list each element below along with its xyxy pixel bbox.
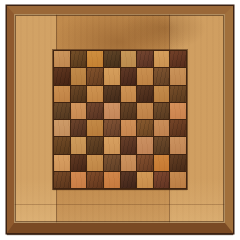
square-e6[interactable] bbox=[121, 86, 137, 102]
square-f7[interactable] bbox=[137, 68, 153, 84]
square-d3[interactable] bbox=[104, 137, 120, 153]
square-g8[interactable] bbox=[154, 51, 170, 67]
square-g3[interactable] bbox=[154, 137, 170, 153]
square-b2[interactable] bbox=[71, 155, 87, 171]
square-f1[interactable] bbox=[137, 172, 153, 188]
square-c3[interactable] bbox=[87, 137, 103, 153]
square-a6[interactable] bbox=[54, 86, 70, 102]
square-c5[interactable] bbox=[87, 103, 103, 119]
square-e1[interactable] bbox=[121, 172, 137, 188]
square-f4[interactable] bbox=[137, 120, 153, 136]
square-c8[interactable] bbox=[87, 51, 103, 67]
square-g7[interactable] bbox=[154, 68, 170, 84]
square-h7[interactable] bbox=[170, 68, 186, 84]
square-d5[interactable] bbox=[104, 103, 120, 119]
square-h3[interactable] bbox=[170, 137, 186, 153]
square-g4[interactable] bbox=[154, 120, 170, 136]
square-d1[interactable] bbox=[104, 172, 120, 188]
square-h8[interactable] bbox=[170, 51, 186, 67]
square-c1[interactable] bbox=[87, 172, 103, 188]
square-d4[interactable] bbox=[104, 120, 120, 136]
square-b8[interactable] bbox=[71, 51, 87, 67]
square-f5[interactable] bbox=[137, 103, 153, 119]
square-f8[interactable] bbox=[137, 51, 153, 67]
square-f2[interactable] bbox=[137, 155, 153, 171]
square-g6[interactable] bbox=[154, 86, 170, 102]
square-b3[interactable] bbox=[71, 137, 87, 153]
square-a7[interactable] bbox=[54, 68, 70, 84]
square-g1[interactable] bbox=[154, 172, 170, 188]
square-a2[interactable] bbox=[54, 155, 70, 171]
square-b1[interactable] bbox=[71, 172, 87, 188]
square-a1[interactable] bbox=[54, 172, 70, 188]
square-a3[interactable] bbox=[54, 137, 70, 153]
square-c4[interactable] bbox=[87, 120, 103, 136]
square-c2[interactable] bbox=[87, 155, 103, 171]
square-e2[interactable] bbox=[121, 155, 137, 171]
square-d6[interactable] bbox=[104, 86, 120, 102]
square-h6[interactable] bbox=[170, 86, 186, 102]
square-b5[interactable] bbox=[71, 103, 87, 119]
checkerboard bbox=[53, 50, 187, 189]
square-h4[interactable] bbox=[170, 120, 186, 136]
wooden-board-frame bbox=[7, 6, 233, 233]
square-c7[interactable] bbox=[87, 68, 103, 84]
square-h2[interactable] bbox=[170, 155, 186, 171]
square-b7[interactable] bbox=[71, 68, 87, 84]
square-e3[interactable] bbox=[121, 137, 137, 153]
square-e4[interactable] bbox=[121, 120, 137, 136]
square-b4[interactable] bbox=[71, 120, 87, 136]
square-h1[interactable] bbox=[170, 172, 186, 188]
square-d2[interactable] bbox=[104, 155, 120, 171]
square-f3[interactable] bbox=[137, 137, 153, 153]
square-e5[interactable] bbox=[121, 103, 137, 119]
square-a4[interactable] bbox=[54, 120, 70, 136]
square-b6[interactable] bbox=[71, 86, 87, 102]
square-d7[interactable] bbox=[104, 68, 120, 84]
square-f6[interactable] bbox=[137, 86, 153, 102]
square-h5[interactable] bbox=[170, 103, 186, 119]
square-g5[interactable] bbox=[154, 103, 170, 119]
square-e7[interactable] bbox=[121, 68, 137, 84]
square-g2[interactable] bbox=[154, 155, 170, 171]
square-e8[interactable] bbox=[121, 51, 137, 67]
square-c6[interactable] bbox=[87, 86, 103, 102]
square-a5[interactable] bbox=[54, 103, 70, 119]
square-d8[interactable] bbox=[104, 51, 120, 67]
square-a8[interactable] bbox=[54, 51, 70, 67]
